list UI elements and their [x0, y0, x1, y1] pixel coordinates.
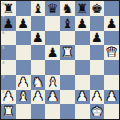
square-d3[interactable]: ♝	[45, 75, 60, 90]
piece-white-knight[interactable]: ♞	[32, 75, 44, 88]
chess-board: 8♜♝♛♞♜♚7♟♟♝♟♟6♟♟5♟♜♛43♟♞♝2♟♝♟♟♟♟♟1♜♚	[0, 0, 120, 120]
piece-white-bishop[interactable]: ♝	[47, 75, 59, 88]
square-f7[interactable]: ♟	[75, 16, 90, 31]
piece-white-pawn[interactable]: ♟	[91, 90, 103, 103]
rank-label-4: 4	[2, 61, 5, 65]
square-c2[interactable]: ♟	[31, 90, 46, 105]
piece-black-bishop[interactable]: ♝	[62, 16, 74, 29]
rank-label-6: 6	[2, 31, 5, 35]
piece-white-rook[interactable]: ♜	[62, 46, 74, 59]
piece-black-bishop[interactable]: ♝	[32, 1, 44, 14]
rank-label-5: 5	[2, 46, 5, 50]
square-g3[interactable]	[90, 75, 105, 90]
square-a1[interactable]: 1♜	[1, 104, 16, 119]
piece-white-king[interactable]: ♚	[91, 105, 103, 118]
square-d8[interactable]: ♛	[45, 1, 60, 16]
square-f4[interactable]	[75, 60, 90, 75]
piece-white-queen[interactable]: ♛	[106, 46, 118, 59]
square-h8[interactable]	[104, 1, 119, 16]
square-h5[interactable]: ♛	[104, 45, 119, 60]
piece-white-pawn[interactable]: ♟	[3, 90, 15, 103]
square-c7[interactable]	[31, 16, 46, 31]
piece-black-pawn[interactable]: ♟	[47, 46, 59, 59]
square-b4[interactable]	[16, 60, 31, 75]
square-f5[interactable]	[75, 45, 90, 60]
piece-black-king[interactable]: ♚	[91, 1, 103, 14]
square-g1[interactable]: ♚	[90, 104, 105, 119]
square-f2[interactable]: ♟	[75, 90, 90, 105]
square-h4[interactable]	[104, 60, 119, 75]
piece-black-knight[interactable]: ♞	[62, 1, 74, 14]
square-a2[interactable]: 2♟	[1, 90, 16, 105]
piece-black-rook[interactable]: ♜	[3, 1, 15, 14]
square-f8[interactable]: ♜	[75, 1, 90, 16]
square-b3[interactable]: ♟	[16, 75, 31, 90]
square-h2[interactable]: ♟	[104, 90, 119, 105]
square-f6[interactable]	[75, 31, 90, 46]
square-h7[interactable]: ♟	[104, 16, 119, 31]
piece-white-pawn[interactable]: ♟	[76, 90, 88, 103]
square-a6[interactable]: 6	[1, 31, 16, 46]
square-a5[interactable]: 5	[1, 45, 16, 60]
square-g6[interactable]: ♟	[90, 31, 105, 46]
piece-black-pawn[interactable]: ♟	[106, 16, 118, 29]
square-d6[interactable]	[45, 31, 60, 46]
square-d5[interactable]: ♟	[45, 45, 60, 60]
square-f1[interactable]	[75, 104, 90, 119]
piece-black-pawn[interactable]: ♟	[91, 31, 103, 44]
square-d1[interactable]	[45, 104, 60, 119]
piece-black-pawn[interactable]: ♟	[3, 16, 15, 29]
square-b6[interactable]	[16, 31, 31, 46]
piece-black-rook[interactable]: ♜	[76, 1, 88, 14]
square-e3[interactable]	[60, 75, 75, 90]
square-g5[interactable]	[90, 45, 105, 60]
piece-white-pawn[interactable]: ♟	[17, 75, 29, 88]
square-c5[interactable]	[31, 45, 46, 60]
square-a4[interactable]: 4	[1, 60, 16, 75]
piece-black-pawn[interactable]: ♟	[17, 16, 29, 29]
square-d2[interactable]: ♟	[45, 90, 60, 105]
square-a8[interactable]: 8♜	[1, 1, 16, 16]
square-h3[interactable]	[104, 75, 119, 90]
square-d4[interactable]	[45, 60, 60, 75]
square-e6[interactable]	[60, 31, 75, 46]
square-b7[interactable]: ♟	[16, 16, 31, 31]
piece-white-pawn[interactable]: ♟	[106, 90, 118, 103]
piece-black-pawn[interactable]: ♟	[32, 31, 44, 44]
square-b2[interactable]: ♝	[16, 90, 31, 105]
square-g2[interactable]: ♟	[90, 90, 105, 105]
square-a3[interactable]: 3	[1, 75, 16, 90]
square-e2[interactable]	[60, 90, 75, 105]
square-d7[interactable]	[45, 16, 60, 31]
rank-label-3: 3	[2, 75, 5, 79]
piece-black-queen[interactable]: ♛	[47, 1, 59, 14]
square-e7[interactable]: ♝	[60, 16, 75, 31]
piece-white-pawn[interactable]: ♟	[32, 90, 44, 103]
square-b8[interactable]	[16, 1, 31, 16]
square-c1[interactable]	[31, 104, 46, 119]
square-h1[interactable]	[104, 104, 119, 119]
piece-white-bishop[interactable]: ♝	[17, 90, 29, 103]
square-g4[interactable]	[90, 60, 105, 75]
square-b1[interactable]	[16, 104, 31, 119]
square-b5[interactable]	[16, 45, 31, 60]
square-c3[interactable]: ♞	[31, 75, 46, 90]
square-f3[interactable]	[75, 75, 90, 90]
square-h6[interactable]	[104, 31, 119, 46]
square-c6[interactable]: ♟	[31, 31, 46, 46]
square-g8[interactable]: ♚	[90, 1, 105, 16]
square-g7[interactable]	[90, 16, 105, 31]
piece-white-pawn[interactable]: ♟	[47, 90, 59, 103]
square-e1[interactable]	[60, 104, 75, 119]
square-e5[interactable]: ♜	[60, 45, 75, 60]
piece-black-pawn[interactable]: ♟	[76, 16, 88, 29]
square-c4[interactable]	[31, 60, 46, 75]
piece-white-rook[interactable]: ♜	[3, 105, 15, 118]
square-e8[interactable]: ♞	[60, 1, 75, 16]
square-a7[interactable]: 7♟	[1, 16, 16, 31]
square-c8[interactable]: ♝	[31, 1, 46, 16]
square-e4[interactable]	[60, 60, 75, 75]
